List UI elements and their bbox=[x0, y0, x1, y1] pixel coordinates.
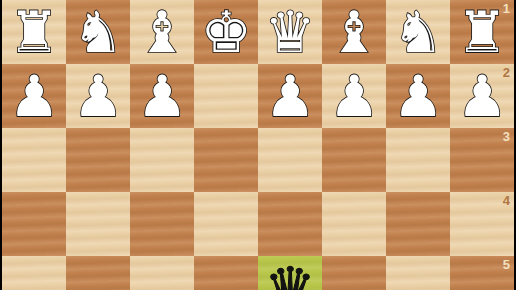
square-c2[interactable]: ♟ bbox=[322, 64, 386, 128]
square-e5[interactable] bbox=[194, 256, 258, 290]
square-h2[interactable]: ♟ bbox=[2, 64, 66, 128]
square-h1[interactable]: ♜ bbox=[2, 0, 66, 64]
square-f2[interactable]: ♟ bbox=[130, 64, 194, 128]
white-pawn-d2[interactable]: ♟ bbox=[258, 64, 322, 128]
square-e1[interactable]: ♚ bbox=[194, 0, 258, 64]
square-g4[interactable] bbox=[66, 192, 130, 256]
square-g1[interactable]: ♞ bbox=[66, 0, 130, 64]
white-pawn-a2[interactable]: ♟ bbox=[450, 64, 514, 128]
white-rook-a1[interactable]: ♜ bbox=[450, 0, 514, 64]
square-h3[interactable] bbox=[2, 128, 66, 192]
video-frame: ♜♞♝♚♛♝♞1♜♟♟♟♟♟♟2♟34♛5 bbox=[0, 0, 516, 290]
square-b4[interactable] bbox=[386, 192, 450, 256]
chess-board: ♜♞♝♚♛♝♞1♜♟♟♟♟♟♟2♟34♛5 bbox=[2, 0, 514, 290]
square-b5[interactable] bbox=[386, 256, 450, 290]
square-a5[interactable]: 5 bbox=[450, 256, 514, 290]
square-f5[interactable] bbox=[130, 256, 194, 290]
white-pawn-c2[interactable]: ♟ bbox=[322, 64, 386, 128]
rank-label-5: 5 bbox=[503, 258, 510, 271]
square-c4[interactable] bbox=[322, 192, 386, 256]
white-rook-h1[interactable]: ♜ bbox=[2, 0, 66, 64]
black-queen-d5[interactable]: ♛ bbox=[258, 256, 322, 290]
square-e4[interactable] bbox=[194, 192, 258, 256]
white-pawn-h2[interactable]: ♟ bbox=[2, 64, 66, 128]
square-h4[interactable] bbox=[2, 192, 66, 256]
square-c1[interactable]: ♝ bbox=[322, 0, 386, 64]
white-king-e1[interactable]: ♚ bbox=[194, 0, 258, 64]
rank-label-4: 4 bbox=[503, 194, 510, 207]
rank-label-3: 3 bbox=[503, 130, 510, 143]
white-queen-d1[interactable]: ♛ bbox=[258, 0, 322, 64]
white-pawn-b2[interactable]: ♟ bbox=[386, 64, 450, 128]
square-e3[interactable] bbox=[194, 128, 258, 192]
square-a2[interactable]: 2♟ bbox=[450, 64, 514, 128]
square-d5[interactable]: ♛ bbox=[258, 256, 322, 290]
square-h5[interactable] bbox=[2, 256, 66, 290]
square-f4[interactable] bbox=[130, 192, 194, 256]
square-a3[interactable]: 3 bbox=[450, 128, 514, 192]
square-d3[interactable] bbox=[258, 128, 322, 192]
white-pawn-f2[interactable]: ♟ bbox=[130, 64, 194, 128]
white-knight-g1[interactable]: ♞ bbox=[66, 0, 130, 64]
square-e2[interactable] bbox=[194, 64, 258, 128]
square-f1[interactable]: ♝ bbox=[130, 0, 194, 64]
square-d4[interactable] bbox=[258, 192, 322, 256]
square-b3[interactable] bbox=[386, 128, 450, 192]
square-b2[interactable]: ♟ bbox=[386, 64, 450, 128]
square-c5[interactable] bbox=[322, 256, 386, 290]
white-knight-b1[interactable]: ♞ bbox=[386, 0, 450, 64]
square-d2[interactable]: ♟ bbox=[258, 64, 322, 128]
white-bishop-f1[interactable]: ♝ bbox=[130, 0, 194, 64]
square-c3[interactable] bbox=[322, 128, 386, 192]
square-f3[interactable] bbox=[130, 128, 194, 192]
white-pawn-g2[interactable]: ♟ bbox=[66, 64, 130, 128]
square-a1[interactable]: 1♜ bbox=[450, 0, 514, 64]
square-g3[interactable] bbox=[66, 128, 130, 192]
square-d1[interactable]: ♛ bbox=[258, 0, 322, 64]
square-a4[interactable]: 4 bbox=[450, 192, 514, 256]
square-b1[interactable]: ♞ bbox=[386, 0, 450, 64]
square-g2[interactable]: ♟ bbox=[66, 64, 130, 128]
white-bishop-c1[interactable]: ♝ bbox=[322, 0, 386, 64]
square-g5[interactable] bbox=[66, 256, 130, 290]
